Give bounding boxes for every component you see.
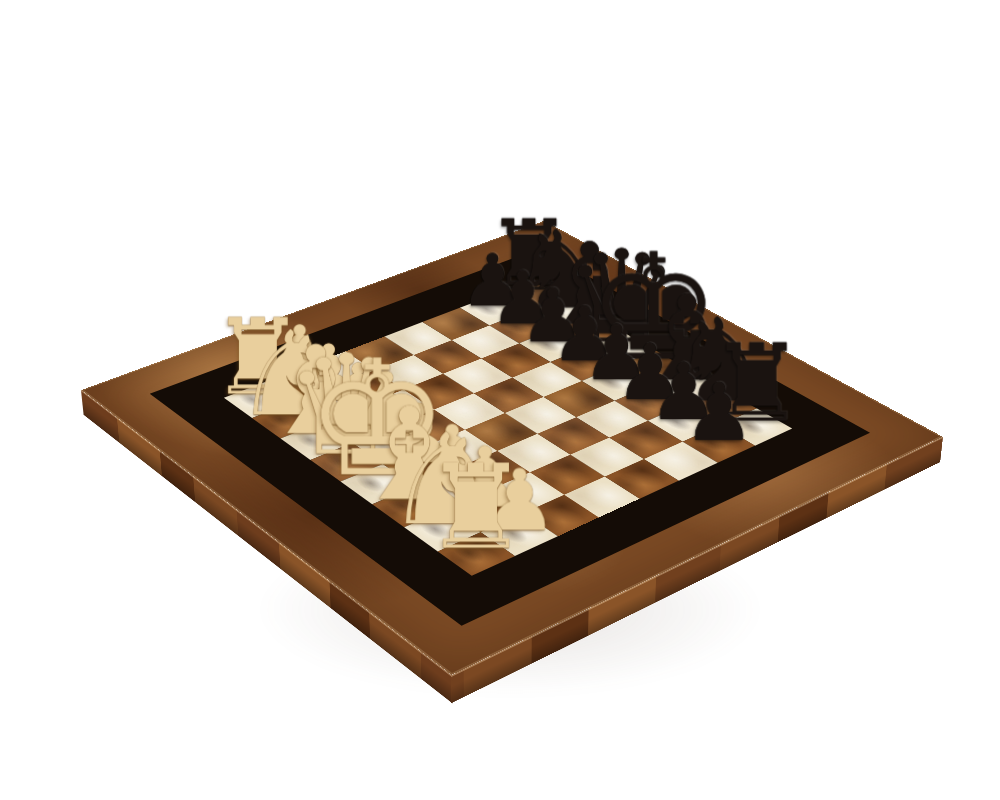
white-rook-glyph: ♜ — [424, 449, 528, 565]
board-squares-grid: ♜♞♝♛♚♝♞♜♟♟♟♟♟♟♟♟♟♟♟♟♟♟♟♟♜♞♝♛♚♝♞♜ — [224, 280, 792, 576]
square-h1[interactable]: ♜ — [437, 532, 515, 576]
square-h4[interactable] — [564, 476, 639, 517]
black-pawn-glyph: ♟ — [683, 372, 755, 452]
product-photo-scene: ♜♞♝♛♚♝♞♜♟♟♟♟♟♟♟♟♟♟♟♟♟♟♟♟♜♞♝♛♚♝♞♜ — [0, 0, 1000, 800]
